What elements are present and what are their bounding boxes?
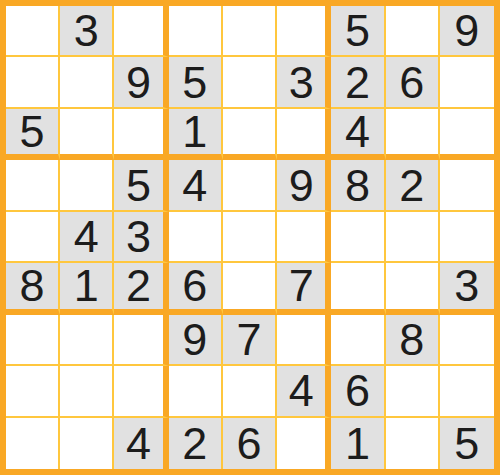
cell-r9c6[interactable]	[277, 418, 331, 469]
cell-r9c3: 4	[114, 418, 168, 469]
cell-r8c1[interactable]	[6, 366, 60, 417]
cell-r8c9[interactable]	[440, 366, 494, 417]
cell-r9c9: 5	[440, 418, 494, 469]
cell-r9c8[interactable]	[386, 418, 440, 469]
cell-r5c1[interactable]	[6, 212, 60, 263]
cell-r9c5: 6	[223, 418, 277, 469]
cell-r1c3[interactable]	[114, 6, 168, 57]
cell-r7c2[interactable]	[60, 315, 114, 366]
cell-r6c1: 8	[6, 263, 60, 314]
cell-r5c7[interactable]	[331, 212, 385, 263]
cell-r6c2: 1	[60, 263, 114, 314]
cell-r9c7: 1	[331, 418, 385, 469]
cell-r6c9: 3	[440, 263, 494, 314]
cell-r4c9[interactable]	[440, 160, 494, 211]
cell-r5c9[interactable]	[440, 212, 494, 263]
cell-r1c6[interactable]	[277, 6, 331, 57]
cell-r4c4: 4	[169, 160, 223, 211]
cell-r4c8: 2	[386, 160, 440, 211]
cell-r9c4: 2	[169, 418, 223, 469]
cell-r5c3: 3	[114, 212, 168, 263]
cell-r2c5[interactable]	[223, 57, 277, 108]
cell-r5c8[interactable]	[386, 212, 440, 263]
cell-r1c4[interactable]	[169, 6, 223, 57]
cell-r2c4: 5	[169, 57, 223, 108]
cell-r1c1[interactable]	[6, 6, 60, 57]
cell-r7c9[interactable]	[440, 315, 494, 366]
cell-r7c6[interactable]	[277, 315, 331, 366]
cell-r3c9[interactable]	[440, 109, 494, 160]
cell-r3c5[interactable]	[223, 109, 277, 160]
cell-r6c4: 6	[169, 263, 223, 314]
cell-r3c1: 5	[6, 109, 60, 160]
cell-r8c2[interactable]	[60, 366, 114, 417]
cell-r6c3: 2	[114, 263, 168, 314]
cell-r6c5[interactable]	[223, 263, 277, 314]
cell-r2c7: 2	[331, 57, 385, 108]
cell-r1c7: 5	[331, 6, 385, 57]
cell-r1c9: 9	[440, 6, 494, 57]
cell-r8c8[interactable]	[386, 366, 440, 417]
cell-r2c6: 3	[277, 57, 331, 108]
cell-r7c7[interactable]	[331, 315, 385, 366]
cell-r3c3[interactable]	[114, 109, 168, 160]
cell-r5c6[interactable]	[277, 212, 331, 263]
cell-r6c8[interactable]	[386, 263, 440, 314]
cell-r9c2[interactable]	[60, 418, 114, 469]
cell-r8c7: 6	[331, 366, 385, 417]
cell-r1c8[interactable]	[386, 6, 440, 57]
cell-r4c6: 9	[277, 160, 331, 211]
cell-r2c9[interactable]	[440, 57, 494, 108]
cell-r8c5[interactable]	[223, 366, 277, 417]
cell-r8c4[interactable]	[169, 366, 223, 417]
cell-r4c7: 8	[331, 160, 385, 211]
cell-r8c3[interactable]	[114, 366, 168, 417]
cell-r7c8: 8	[386, 315, 440, 366]
cell-r7c1[interactable]	[6, 315, 60, 366]
cell-r7c3[interactable]	[114, 315, 168, 366]
cell-r2c8: 6	[386, 57, 440, 108]
cell-r1c5[interactable]	[223, 6, 277, 57]
cell-r4c5[interactable]	[223, 160, 277, 211]
cell-r4c1[interactable]	[6, 160, 60, 211]
cell-r2c1[interactable]	[6, 57, 60, 108]
cell-r3c6[interactable]	[277, 109, 331, 160]
cell-r8c6: 4	[277, 366, 331, 417]
cell-r2c3: 9	[114, 57, 168, 108]
cell-r3c8[interactable]	[386, 109, 440, 160]
cell-r2c2[interactable]	[60, 57, 114, 108]
cell-r9c1[interactable]	[6, 418, 60, 469]
cell-r4c2[interactable]	[60, 160, 114, 211]
cell-r3c4: 1	[169, 109, 223, 160]
cell-r7c5: 7	[223, 315, 277, 366]
cell-r7c4: 9	[169, 315, 223, 366]
cell-r6c7[interactable]	[331, 263, 385, 314]
cell-r4c3: 5	[114, 160, 168, 211]
cell-r5c2: 4	[60, 212, 114, 263]
cell-r1c2: 3	[60, 6, 114, 57]
cell-r3c2[interactable]	[60, 109, 114, 160]
cell-r5c4[interactable]	[169, 212, 223, 263]
cell-r5c5[interactable]	[223, 212, 277, 263]
cell-r3c7: 4	[331, 109, 385, 160]
sudoku-board: 3599532651454982438126739784642615	[0, 0, 500, 475]
cell-r6c6: 7	[277, 263, 331, 314]
